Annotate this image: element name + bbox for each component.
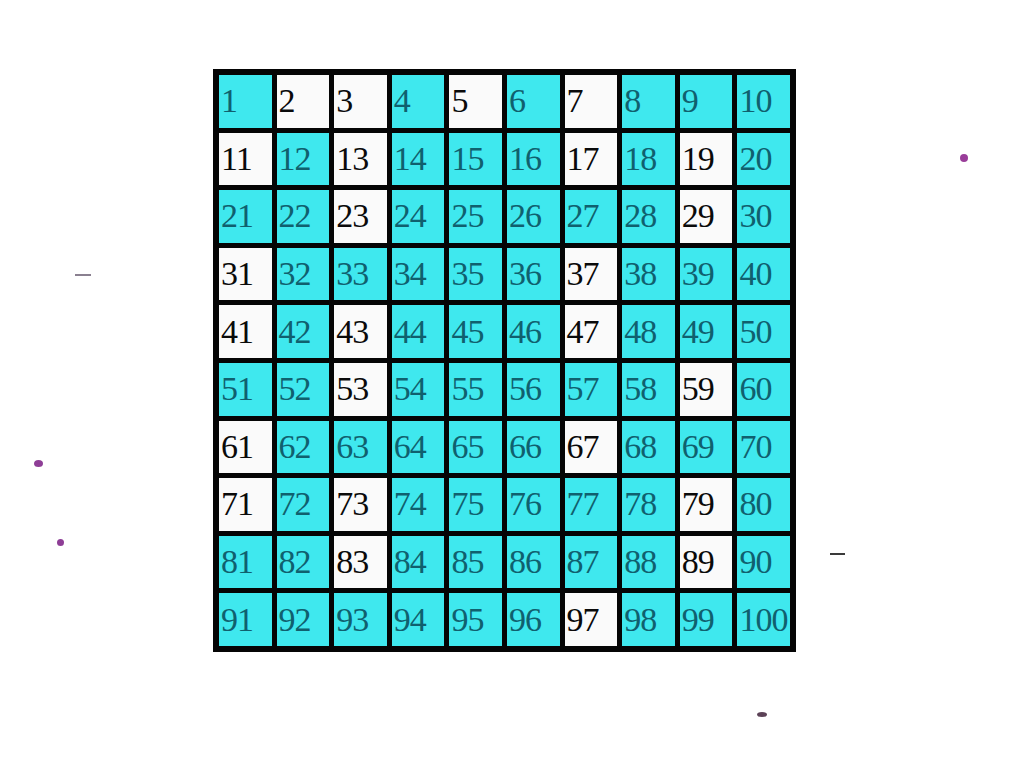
cell-50: 50	[737, 305, 790, 358]
cell-76: 76	[507, 478, 560, 531]
cell-29: 29	[680, 190, 733, 243]
cell-96: 96	[507, 593, 560, 646]
cell-64: 64	[392, 421, 445, 474]
cell-49: 49	[680, 305, 733, 358]
cell-97: 97	[565, 593, 618, 646]
background-speck-2	[34, 460, 43, 467]
cell-36: 36	[507, 248, 560, 301]
cell-40: 40	[737, 248, 790, 301]
cell-26: 26	[507, 190, 560, 243]
cell-95: 95	[449, 593, 502, 646]
background-speck-1	[960, 154, 968, 162]
cell-16: 16	[507, 133, 560, 186]
cell-55: 55	[449, 363, 502, 416]
cell-5: 5	[449, 75, 502, 128]
cell-1: 1	[219, 75, 272, 128]
cell-69: 69	[680, 421, 733, 474]
cell-24: 24	[392, 190, 445, 243]
cell-94: 94	[392, 593, 445, 646]
cell-37: 37	[565, 248, 618, 301]
cell-30: 30	[737, 190, 790, 243]
background-speck-3	[57, 539, 64, 546]
cell-59: 59	[680, 363, 733, 416]
cell-21: 21	[219, 190, 272, 243]
cell-32: 32	[277, 248, 330, 301]
cell-39: 39	[680, 248, 733, 301]
cell-31: 31	[219, 248, 272, 301]
cell-74: 74	[392, 478, 445, 531]
hundred-chart-board: 1234567891011121314151617181920212223242…	[213, 69, 796, 652]
cell-72: 72	[277, 478, 330, 531]
cell-70: 70	[737, 421, 790, 474]
cell-17: 17	[565, 133, 618, 186]
cell-89: 89	[680, 536, 733, 589]
cell-46: 46	[507, 305, 560, 358]
cell-83: 83	[334, 536, 387, 589]
cell-60: 60	[737, 363, 790, 416]
cell-65: 65	[449, 421, 502, 474]
cell-79: 79	[680, 478, 733, 531]
cell-73: 73	[334, 478, 387, 531]
cell-47: 47	[565, 305, 618, 358]
cell-98: 98	[622, 593, 675, 646]
cell-42: 42	[277, 305, 330, 358]
cell-58: 58	[622, 363, 675, 416]
cell-18: 18	[622, 133, 675, 186]
cell-11: 11	[219, 133, 272, 186]
cell-12: 12	[277, 133, 330, 186]
background-speck-6	[75, 274, 91, 276]
cell-54: 54	[392, 363, 445, 416]
cell-15: 15	[449, 133, 502, 186]
cell-19: 19	[680, 133, 733, 186]
cell-81: 81	[219, 536, 272, 589]
cell-28: 28	[622, 190, 675, 243]
cell-68: 68	[622, 421, 675, 474]
cell-87: 87	[565, 536, 618, 589]
cell-56: 56	[507, 363, 560, 416]
background-speck-4	[757, 712, 767, 717]
cell-91: 91	[219, 593, 272, 646]
cell-51: 51	[219, 363, 272, 416]
cell-10: 10	[737, 75, 790, 128]
cell-9: 9	[680, 75, 733, 128]
cell-52: 52	[277, 363, 330, 416]
cell-82: 82	[277, 536, 330, 589]
cell-63: 63	[334, 421, 387, 474]
background-speck-5	[830, 553, 845, 555]
cell-33: 33	[334, 248, 387, 301]
cell-90: 90	[737, 536, 790, 589]
cell-7: 7	[565, 75, 618, 128]
cell-86: 86	[507, 536, 560, 589]
cell-99: 99	[680, 593, 733, 646]
cell-27: 27	[565, 190, 618, 243]
cell-88: 88	[622, 536, 675, 589]
cell-3: 3	[334, 75, 387, 128]
cell-78: 78	[622, 478, 675, 531]
cell-45: 45	[449, 305, 502, 358]
cell-57: 57	[565, 363, 618, 416]
cell-34: 34	[392, 248, 445, 301]
cell-23: 23	[334, 190, 387, 243]
cell-84: 84	[392, 536, 445, 589]
cell-71: 71	[219, 478, 272, 531]
cell-6: 6	[507, 75, 560, 128]
cell-38: 38	[622, 248, 675, 301]
cell-41: 41	[219, 305, 272, 358]
cell-67: 67	[565, 421, 618, 474]
cell-14: 14	[392, 133, 445, 186]
cell-35: 35	[449, 248, 502, 301]
cell-85: 85	[449, 536, 502, 589]
cell-2: 2	[277, 75, 330, 128]
cell-66: 66	[507, 421, 560, 474]
cell-25: 25	[449, 190, 502, 243]
cell-43: 43	[334, 305, 387, 358]
cell-13: 13	[334, 133, 387, 186]
cell-53: 53	[334, 363, 387, 416]
cell-80: 80	[737, 478, 790, 531]
cell-61: 61	[219, 421, 272, 474]
cell-100: 100	[737, 593, 790, 646]
cell-4: 4	[392, 75, 445, 128]
cell-8: 8	[622, 75, 675, 128]
cell-44: 44	[392, 305, 445, 358]
cell-93: 93	[334, 593, 387, 646]
cell-75: 75	[449, 478, 502, 531]
cell-77: 77	[565, 478, 618, 531]
cell-20: 20	[737, 133, 790, 186]
cell-48: 48	[622, 305, 675, 358]
cell-62: 62	[277, 421, 330, 474]
cell-22: 22	[277, 190, 330, 243]
cell-92: 92	[277, 593, 330, 646]
